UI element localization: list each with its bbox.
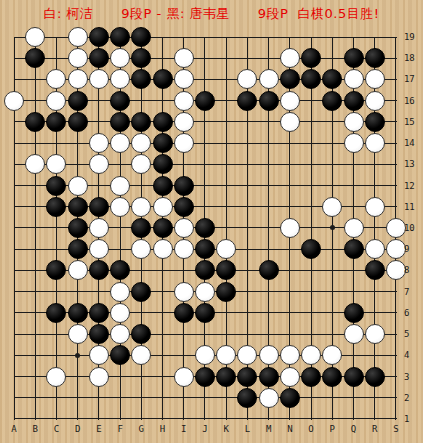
white-stone xyxy=(89,345,109,365)
black-stone xyxy=(365,260,385,280)
black-stone xyxy=(216,282,236,302)
white-stone xyxy=(89,69,109,89)
black-stone xyxy=(131,324,151,344)
white-stone xyxy=(131,197,151,217)
column-label: S xyxy=(393,424,398,434)
white-stone xyxy=(322,197,342,217)
grid-line-horizontal xyxy=(14,143,397,144)
black-stone xyxy=(301,48,321,68)
white-stone xyxy=(110,69,130,89)
column-label: O xyxy=(308,424,313,434)
white-stone xyxy=(344,218,364,238)
black-stone xyxy=(301,69,321,89)
black-stone xyxy=(195,303,215,323)
black-stone xyxy=(365,367,385,387)
black-stone xyxy=(174,197,194,217)
white-stone xyxy=(344,324,364,344)
black-stone xyxy=(174,303,194,323)
black-stone xyxy=(110,112,130,132)
black-stone xyxy=(153,218,173,238)
black-stone xyxy=(344,303,364,323)
white-stone xyxy=(131,239,151,259)
black-stone xyxy=(131,282,151,302)
white-stone xyxy=(110,197,130,217)
column-label: K xyxy=(223,424,228,434)
go-app-window: 白: 柯洁 9段P - 黑: 唐韦星 9段P 白棋0.5目胜! ABCDEFGH… xyxy=(0,0,423,443)
column-label: H xyxy=(160,424,165,434)
white-stone xyxy=(174,239,194,259)
row-label: 16 xyxy=(404,96,415,106)
star-point xyxy=(330,225,335,230)
white-stone xyxy=(259,388,279,408)
column-label: B xyxy=(33,424,38,434)
white-stone xyxy=(153,197,173,217)
column-label: P xyxy=(330,424,335,434)
black-stone xyxy=(237,91,257,111)
black-stone xyxy=(68,197,88,217)
white-stone xyxy=(25,154,45,174)
black-stone xyxy=(89,303,109,323)
column-label: Q xyxy=(351,424,356,434)
black-stone xyxy=(153,154,173,174)
white-stone xyxy=(110,282,130,302)
row-label: 6 xyxy=(404,308,409,318)
row-label: 10 xyxy=(404,223,415,233)
black-stone xyxy=(280,388,300,408)
black-stone xyxy=(174,176,194,196)
black-stone xyxy=(89,324,109,344)
black-stone xyxy=(365,48,385,68)
white-stone xyxy=(344,112,364,132)
black-stone xyxy=(237,367,257,387)
white-stone xyxy=(131,133,151,153)
column-label: R xyxy=(372,424,377,434)
black-stone xyxy=(68,218,88,238)
white-stone xyxy=(344,133,364,153)
black-stone xyxy=(322,91,342,111)
black-stone xyxy=(68,239,88,259)
black-stone xyxy=(259,367,279,387)
black-stone xyxy=(68,91,88,111)
row-label: 19 xyxy=(404,32,415,42)
black-stone xyxy=(344,48,364,68)
grid-line-horizontal xyxy=(14,418,397,419)
black-stone xyxy=(195,91,215,111)
black-stone xyxy=(344,91,364,111)
black-stone xyxy=(25,112,45,132)
black-stone xyxy=(153,112,173,132)
white-stone xyxy=(174,91,194,111)
white-stone xyxy=(259,69,279,89)
row-label: 4 xyxy=(404,350,409,360)
black-stone xyxy=(365,112,385,132)
column-label: C xyxy=(54,424,59,434)
black-stone xyxy=(344,239,364,259)
white-stone xyxy=(68,27,88,47)
row-label: 3 xyxy=(404,372,409,382)
black-stone xyxy=(68,112,88,132)
white-stone xyxy=(237,69,257,89)
white-stone xyxy=(174,133,194,153)
white-stone xyxy=(46,91,66,111)
black-stone xyxy=(89,260,109,280)
black-stone xyxy=(110,27,130,47)
white-stone xyxy=(195,345,215,365)
white-stone xyxy=(174,69,194,89)
black-stone xyxy=(280,69,300,89)
go-board[interactable]: ABCDEFGHIJKLMNOPQRS191817161514131211109… xyxy=(0,0,423,443)
row-label: 2 xyxy=(404,393,409,403)
column-label: D xyxy=(75,424,80,434)
black-stone xyxy=(46,260,66,280)
row-label: 7 xyxy=(404,287,409,297)
white-stone xyxy=(365,324,385,344)
white-stone xyxy=(280,345,300,365)
black-stone xyxy=(68,303,88,323)
white-stone xyxy=(46,367,66,387)
white-stone xyxy=(195,282,215,302)
white-stone xyxy=(110,176,130,196)
white-stone xyxy=(365,133,385,153)
white-stone xyxy=(386,260,406,280)
black-stone xyxy=(322,367,342,387)
black-stone xyxy=(195,367,215,387)
white-stone xyxy=(280,91,300,111)
row-label: 1 xyxy=(404,414,409,424)
column-label: E xyxy=(96,424,101,434)
black-stone xyxy=(195,218,215,238)
black-stone xyxy=(89,197,109,217)
white-stone xyxy=(89,133,109,153)
white-stone xyxy=(68,69,88,89)
white-stone xyxy=(89,218,109,238)
white-stone xyxy=(131,345,151,365)
white-stone xyxy=(153,239,173,259)
black-stone xyxy=(153,69,173,89)
white-stone xyxy=(386,218,406,238)
white-stone xyxy=(365,197,385,217)
white-stone xyxy=(89,154,109,174)
column-label: L xyxy=(245,424,250,434)
black-stone xyxy=(237,388,257,408)
white-stone xyxy=(259,345,279,365)
row-label: 14 xyxy=(404,138,415,148)
black-stone xyxy=(110,345,130,365)
star-point xyxy=(75,353,80,358)
black-stone xyxy=(131,218,151,238)
black-stone xyxy=(344,367,364,387)
white-stone xyxy=(322,345,342,365)
white-stone xyxy=(344,69,364,89)
column-label: J xyxy=(202,424,207,434)
row-label: 12 xyxy=(404,181,415,191)
white-stone xyxy=(110,303,130,323)
black-stone xyxy=(110,91,130,111)
white-stone xyxy=(4,91,24,111)
white-stone xyxy=(174,367,194,387)
white-stone xyxy=(89,239,109,259)
row-label: 8 xyxy=(404,265,409,275)
white-stone xyxy=(386,239,406,259)
column-label: A xyxy=(11,424,16,434)
black-stone xyxy=(322,69,342,89)
white-stone xyxy=(174,218,194,238)
column-label: G xyxy=(139,424,144,434)
white-stone xyxy=(280,112,300,132)
black-stone xyxy=(195,260,215,280)
white-stone xyxy=(131,154,151,174)
black-stone xyxy=(131,112,151,132)
white-stone xyxy=(46,154,66,174)
row-label: 5 xyxy=(404,329,409,339)
white-stone xyxy=(365,239,385,259)
row-label: 13 xyxy=(404,159,415,169)
white-stone xyxy=(280,48,300,68)
black-stone xyxy=(259,260,279,280)
black-stone xyxy=(131,48,151,68)
white-stone xyxy=(25,27,45,47)
black-stone xyxy=(46,112,66,132)
white-stone xyxy=(68,324,88,344)
white-stone xyxy=(68,260,88,280)
white-stone xyxy=(68,176,88,196)
black-stone xyxy=(216,367,236,387)
black-stone xyxy=(153,133,173,153)
white-stone xyxy=(174,48,194,68)
row-label: 15 xyxy=(404,117,415,127)
black-stone xyxy=(131,69,151,89)
black-stone xyxy=(216,260,236,280)
white-stone xyxy=(89,367,109,387)
black-stone xyxy=(46,303,66,323)
column-label: F xyxy=(117,424,122,434)
row-label: 11 xyxy=(404,202,415,212)
grid-line-horizontal xyxy=(14,164,397,165)
white-stone xyxy=(365,69,385,89)
black-stone xyxy=(259,91,279,111)
column-label: N xyxy=(287,424,292,434)
black-stone xyxy=(301,239,321,259)
white-stone xyxy=(216,239,236,259)
white-stone xyxy=(280,218,300,238)
grid-line-vertical xyxy=(35,37,36,420)
black-stone xyxy=(89,48,109,68)
white-stone xyxy=(68,48,88,68)
black-stone xyxy=(46,176,66,196)
row-label: 17 xyxy=(404,74,415,84)
white-stone xyxy=(237,345,257,365)
row-label: 9 xyxy=(404,244,409,254)
white-stone xyxy=(365,91,385,111)
white-stone xyxy=(216,345,236,365)
black-stone xyxy=(131,27,151,47)
grid-line-horizontal xyxy=(14,397,397,398)
row-label: 18 xyxy=(404,53,415,63)
white-stone xyxy=(110,48,130,68)
black-stone xyxy=(46,197,66,217)
black-stone xyxy=(301,367,321,387)
column-label: I xyxy=(181,424,186,434)
white-stone xyxy=(174,112,194,132)
white-stone xyxy=(301,345,321,365)
black-stone xyxy=(110,260,130,280)
black-stone xyxy=(153,176,173,196)
black-stone xyxy=(89,27,109,47)
black-stone xyxy=(195,239,215,259)
white-stone xyxy=(174,282,194,302)
white-stone xyxy=(280,367,300,387)
white-stone xyxy=(110,324,130,344)
white-stone xyxy=(110,133,130,153)
black-stone xyxy=(25,48,45,68)
column-label: M xyxy=(266,424,271,434)
white-stone xyxy=(46,69,66,89)
